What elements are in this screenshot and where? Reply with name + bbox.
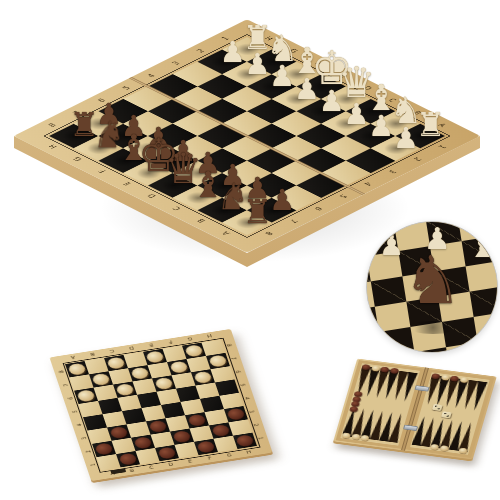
coordinate-number: 2: [246, 419, 268, 430]
coordinate-number: 6: [228, 366, 250, 377]
dark-checker: [133, 436, 152, 449]
die: [441, 411, 452, 418]
coordinate-letter: D: [160, 458, 182, 469]
light-backgammon-checker: [351, 434, 360, 440]
light-checker: [91, 373, 110, 386]
light-backgammon-checker: [341, 432, 350, 438]
coordinate-number: 5: [232, 379, 254, 390]
coordinate-letter: E: [179, 455, 201, 466]
coordinate-number: 1: [250, 433, 272, 444]
light-backgammon-checker: [360, 435, 369, 441]
light-backgammon-checker: [439, 445, 448, 451]
die: [432, 404, 443, 411]
coordinate-number: 4: [237, 393, 259, 404]
light-checker: [184, 344, 203, 357]
light-backgammon-checker: [458, 447, 467, 453]
dark-checker: [172, 430, 191, 443]
dark-checker: [109, 426, 128, 439]
dark-checker: [157, 447, 176, 460]
dark-checker: [196, 440, 215, 453]
dark-checker: [211, 424, 230, 437]
dark-checker: [118, 453, 137, 466]
light-pawn-piece: ♟: [244, 50, 270, 79]
dark-checker: [187, 414, 206, 427]
dark-knight-piece: ♞: [403, 248, 462, 314]
light-backgammon-checker: [430, 444, 439, 450]
light-checker: [154, 377, 173, 390]
coordinate-number: 8: [219, 340, 241, 351]
light-pawn-piece: ♟: [318, 87, 344, 116]
coordinate-letter: B: [121, 465, 143, 476]
product-photo-stage: ♜♟♟♜♞♟♟♞♝♟♟♝♚♟♟♚♛♟♟♛♝♟♟♝♞♟♟♞♜♟♟♜ HH88GG7…: [0, 0, 500, 500]
coordinate-number: 3: [241, 406, 263, 417]
checkers-board-frame: AA88BB77CC66DD55EE44FF33GG22HH11: [49, 329, 272, 481]
light-pawn-piece: ♟: [220, 38, 246, 67]
dark-pawn-piece: ♟: [269, 186, 295, 215]
coordinate-letter: G: [218, 449, 240, 460]
knight-shadow: [407, 321, 459, 334]
light-pawn-piece: ♟: [294, 75, 320, 104]
dark-rook-piece: ♜: [242, 195, 272, 228]
checkers-board: AA88BB77CC66DD55EE44FF33GG22HH11: [49, 329, 272, 481]
coordinate-letter: H: [238, 446, 260, 457]
light-checker: [130, 367, 149, 380]
light-rook-piece: ♜: [416, 108, 446, 141]
light-checker: [145, 350, 164, 363]
detail-inset-circle: ♟♟♝♞: [366, 221, 498, 353]
backgammon-board: [333, 359, 496, 460]
light-pawn-piece: ♟: [269, 63, 295, 92]
light-checker: [115, 383, 134, 396]
light-pawn-piece: ♟: [343, 100, 369, 129]
coordinate-letter: F: [199, 452, 221, 463]
light-checker: [169, 361, 188, 374]
dark-backgammon-checker: [349, 406, 358, 412]
light-checker: [193, 371, 212, 384]
dark-checker: [148, 420, 167, 433]
light-pawn-piece: ♟: [368, 112, 394, 141]
coordinate-letter: A: [101, 468, 123, 479]
light-checker: [106, 357, 125, 370]
coordinate-letter: C: [140, 462, 162, 473]
coordinate-number: 7: [223, 353, 245, 364]
light-pawn-piece: ♟: [393, 125, 419, 154]
